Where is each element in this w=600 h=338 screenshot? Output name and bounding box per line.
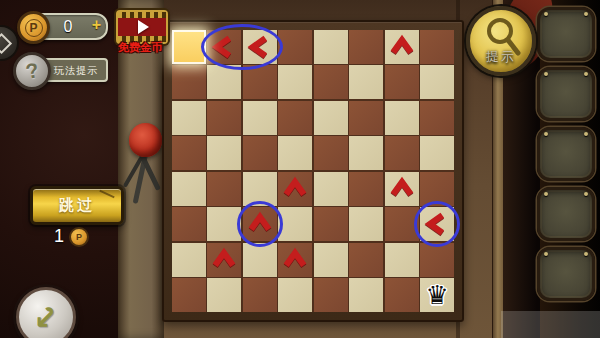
cell-r3c5[interactable] [314, 101, 348, 135]
cell-r8c7[interactable] [385, 278, 419, 312]
free-coins-label: 免费金币 [108, 40, 172, 55]
cell-r4c4[interactable] [278, 136, 312, 170]
coin-icon: P [17, 11, 50, 44]
cell-r1c4[interactable] [278, 30, 312, 64]
cell-r3c1[interactable] [172, 101, 206, 135]
cell-r7c4[interactable] [278, 243, 312, 277]
red-ornament [129, 123, 162, 157]
cell-r4c2[interactable] [207, 136, 241, 170]
up-arrow-icon [209, 245, 239, 275]
cell-r3c4[interactable] [278, 101, 312, 135]
undo-button[interactable]: ↩ [16, 287, 76, 338]
cell-r2c3[interactable] [243, 65, 277, 99]
cell-r8c4[interactable] [278, 278, 312, 312]
question-mark-icon: ? [23, 58, 41, 84]
inventory-slot-1[interactable] [537, 7, 595, 61]
cell-r7c3[interactable] [243, 243, 277, 277]
cell-r7c7[interactable] [385, 243, 419, 277]
cell-r5c6[interactable] [349, 172, 383, 206]
cell-r1c7[interactable] [385, 30, 419, 64]
cell-r2c4[interactable] [278, 65, 312, 99]
diamond-icon [0, 32, 12, 53]
coin-icon-small: P [69, 227, 89, 247]
cell-r5c5[interactable] [314, 172, 348, 206]
bottom-right-overlay [501, 311, 600, 338]
blue-circle-annotation [414, 201, 460, 247]
inventory-slot-3[interactable] [537, 127, 595, 181]
up-arrow-icon [387, 32, 417, 62]
cell-r1c6[interactable] [349, 30, 383, 64]
puzzle-board: ♛ [162, 20, 464, 322]
cell-r8c2[interactable] [207, 278, 241, 312]
game-screen: 0 + P 玩法提示 ? 免费金币 跳过 1 P ↩ 提示 ♛ [0, 0, 600, 338]
undo-arrow-icon: ↩ [25, 296, 68, 338]
cell-r2c2[interactable] [207, 65, 241, 99]
inventory-slot-2[interactable] [537, 67, 595, 121]
cell-r7c8[interactable] [420, 243, 454, 277]
cell-r3c8[interactable] [420, 101, 454, 135]
cell-r7c1[interactable] [172, 243, 206, 277]
cell-r5c7[interactable] [385, 172, 419, 206]
blue-circle-annotation [237, 201, 283, 247]
black-queen: ♛ [425, 282, 448, 308]
cell-r5c1[interactable] [172, 172, 206, 206]
cell-r4c5[interactable] [314, 136, 348, 170]
cell-r4c8[interactable] [420, 136, 454, 170]
cell-r8c1[interactable] [172, 278, 206, 312]
cell-r4c3[interactable] [243, 136, 277, 170]
cell-r7c6[interactable] [349, 243, 383, 277]
cell-r4c1[interactable] [172, 136, 206, 170]
skip-cost-value: 1 [54, 226, 64, 247]
cell-r8c3[interactable] [243, 278, 277, 312]
cell-r7c5[interactable] [314, 243, 348, 277]
gameplay-help-button[interactable]: ? [13, 52, 51, 90]
cell-r8c8[interactable]: ♛ [420, 278, 454, 312]
play-icon [138, 20, 149, 34]
coin-letter: P [25, 19, 43, 37]
cell-r1c5[interactable] [314, 30, 348, 64]
up-arrow-icon [280, 245, 310, 275]
cell-r3c6[interactable] [349, 101, 383, 135]
cell-r5c2[interactable] [207, 172, 241, 206]
cell-r6c1[interactable] [172, 207, 206, 241]
cell-r4c7[interactable] [385, 136, 419, 170]
hint-label: 提示 [466, 48, 536, 66]
cell-r2c5[interactable] [314, 65, 348, 99]
cell-r3c3[interactable] [243, 101, 277, 135]
inventory-slots [537, 0, 595, 338]
cell-r6c5[interactable] [314, 207, 348, 241]
add-coins-button[interactable]: + [92, 16, 101, 34]
cell-r2c7[interactable] [385, 65, 419, 99]
cell-r6c4[interactable] [278, 207, 312, 241]
inventory-slot-4[interactable] [537, 187, 595, 241]
cell-r4c6[interactable] [349, 136, 383, 170]
blue-circle-annotation [201, 24, 282, 70]
inventory-slot-5[interactable] [537, 247, 595, 301]
cell-r5c4[interactable] [278, 172, 312, 206]
cell-r8c6[interactable] [349, 278, 383, 312]
cell-r3c7[interactable] [385, 101, 419, 135]
cell-r2c8[interactable] [420, 65, 454, 99]
skip-cost: 1 P [54, 226, 89, 247]
skip-label: 跳过 [59, 196, 95, 215]
skip-button[interactable]: 跳过 [30, 186, 124, 225]
board-grid: ♛ [172, 30, 454, 312]
cell-r1c8[interactable] [420, 30, 454, 64]
cell-r2c6[interactable] [349, 65, 383, 99]
cell-r3c2[interactable] [207, 101, 241, 135]
cell-r8c5[interactable] [314, 278, 348, 312]
cell-r6c6[interactable] [349, 207, 383, 241]
background-left-wall [0, 0, 120, 338]
free-coins-video-button[interactable] [116, 10, 168, 44]
up-arrow-icon [387, 174, 417, 204]
coin-count: 0 [64, 18, 73, 36]
cell-r2c1[interactable] [172, 65, 206, 99]
up-arrow-icon [280, 174, 310, 204]
cell-r7c2[interactable] [207, 243, 241, 277]
